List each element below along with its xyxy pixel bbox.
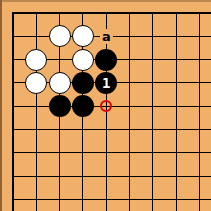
stone-white <box>25 48 48 71</box>
stone-white <box>25 72 47 94</box>
board-intersections: 1a <box>1 1 211 211</box>
stone-black <box>49 95 71 117</box>
stone-white <box>25 71 48 94</box>
stone-white <box>72 49 94 71</box>
stone-white <box>72 25 94 47</box>
stone-white <box>49 25 71 47</box>
stone-black: 1 <box>95 71 118 94</box>
stone-black <box>48 95 71 118</box>
stone-white <box>48 71 71 94</box>
point-label-cell: a <box>95 25 118 48</box>
stone-black <box>72 95 94 117</box>
stone-white <box>25 49 47 71</box>
red-circle-marker <box>100 100 112 112</box>
stone-black-move-1: 1 <box>95 72 117 94</box>
stone-white <box>71 48 94 71</box>
stone-white <box>49 72 71 94</box>
stone-black <box>71 71 94 94</box>
stone-white <box>71 25 94 48</box>
stone-black <box>95 49 117 71</box>
go-board-diagram: 1a <box>0 0 211 211</box>
stone-white <box>48 25 71 48</box>
move-number: 1 <box>102 75 110 89</box>
marked-point-cell <box>95 95 118 118</box>
point-label-a: a <box>100 29 113 44</box>
stone-black <box>71 95 94 118</box>
stone-black <box>72 72 94 94</box>
stone-black <box>95 48 118 71</box>
